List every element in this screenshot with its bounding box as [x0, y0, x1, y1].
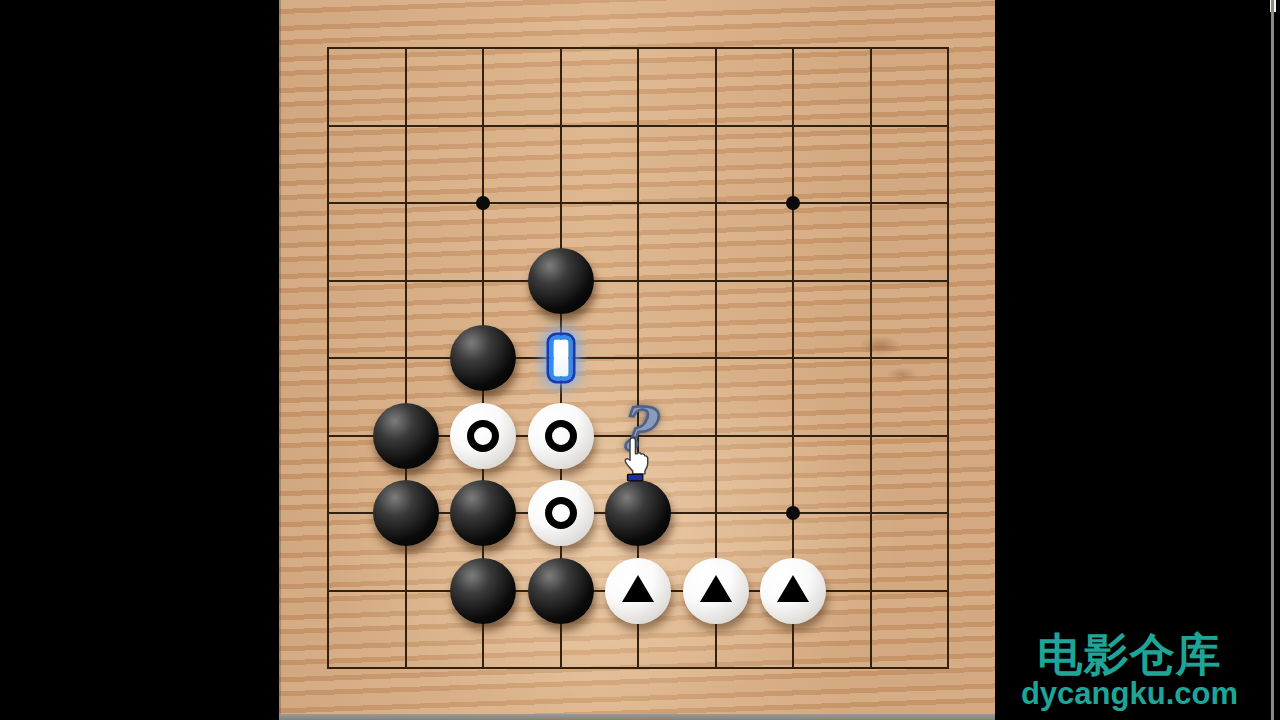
circle-marker: [545, 497, 577, 529]
white-stone: [683, 558, 749, 624]
video-frame: ? 电影仓库 dycangku.com: [0, 0, 1280, 720]
watermark-title: 电影仓库: [1037, 632, 1221, 678]
white-stone: [450, 403, 516, 469]
circle-marker: [545, 420, 577, 452]
star-point: [786, 196, 800, 210]
grid-line: [327, 357, 949, 359]
circle-marker: [467, 420, 499, 452]
black-stone: [528, 248, 594, 314]
watermark: 电影仓库 dycangku.com: [1021, 632, 1238, 709]
board-bottom-edge: [279, 714, 995, 720]
black-stone: [373, 480, 439, 546]
watermark-url: dycangku.com: [1021, 678, 1238, 709]
triangle-marker: [777, 575, 809, 602]
star-point: [476, 196, 490, 210]
star-point: [786, 506, 800, 520]
white-stone: [605, 558, 671, 624]
board-edge: [1271, 0, 1274, 720]
triangle-marker: [622, 575, 654, 602]
white-stone: [760, 558, 826, 624]
hand-cursor-icon: [617, 437, 651, 487]
grid-line: [947, 47, 949, 669]
grid-line: [327, 667, 949, 669]
black-stone: [450, 480, 516, 546]
grid-line: [870, 47, 872, 669]
black-stone: [450, 325, 516, 391]
black-stone: [450, 558, 516, 624]
white-stone: [528, 480, 594, 546]
pillarbox-left: [0, 0, 279, 720]
black-stone: [605, 480, 671, 546]
pillarbox-right: [995, 0, 1280, 720]
triangle-marker: [700, 575, 732, 602]
black-stone: [373, 403, 439, 469]
black-stone: [528, 558, 594, 624]
highlight-rectangle: [549, 336, 572, 381]
white-stone: [528, 403, 594, 469]
